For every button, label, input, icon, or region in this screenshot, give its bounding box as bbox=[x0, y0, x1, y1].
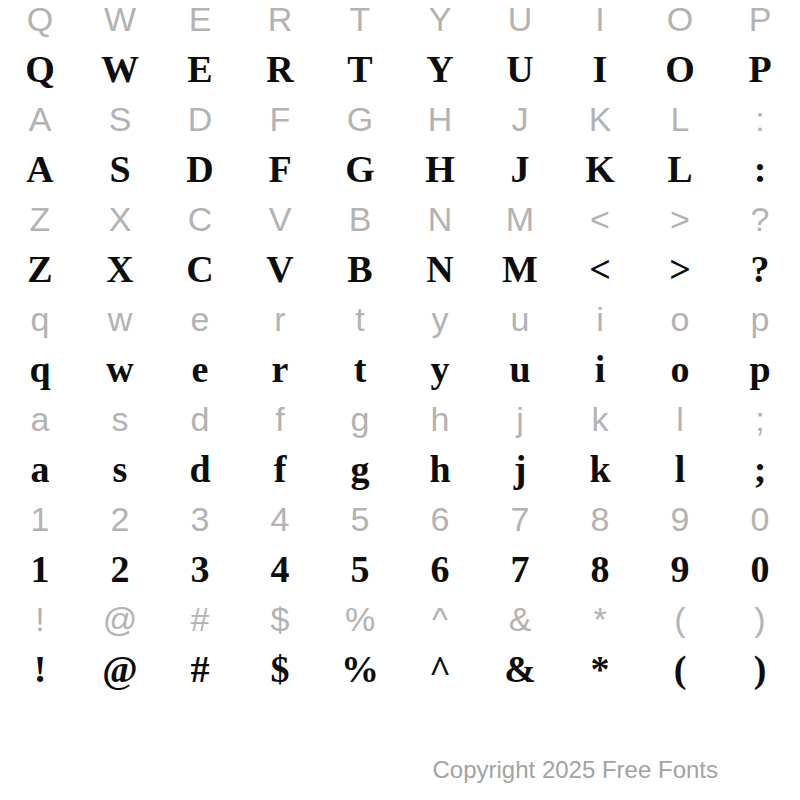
glyph-cell: G bbox=[320, 94, 400, 144]
glyph-cell: 9 bbox=[640, 494, 720, 544]
glyph-cell: l bbox=[640, 394, 720, 444]
glyph-cell: l bbox=[640, 444, 720, 494]
glyph-cell: 6 bbox=[400, 494, 480, 544]
glyph-row-reference: QWERTYUIOP bbox=[0, 0, 800, 44]
glyph-cell: X bbox=[80, 244, 160, 294]
glyph-row-sample: 1234567890 bbox=[0, 544, 800, 594]
glyph-cell: ( bbox=[640, 594, 720, 644]
glyph-cell: ) bbox=[720, 594, 800, 644]
glyph-cell: & bbox=[480, 594, 560, 644]
glyph-cell: 4 bbox=[240, 494, 320, 544]
glyph-cell: u bbox=[480, 294, 560, 344]
glyph-cell: ; bbox=[720, 444, 800, 494]
glyph-cell: J bbox=[480, 144, 560, 194]
glyph-cell: d bbox=[160, 444, 240, 494]
glyph-cell: ( bbox=[640, 644, 720, 694]
glyph-cell: a bbox=[0, 394, 80, 444]
glyph-cell: N bbox=[400, 194, 480, 244]
glyph-cell: Z bbox=[0, 194, 80, 244]
glyph-row-sample: ASDFGHJKL: bbox=[0, 144, 800, 194]
glyph-cell: P bbox=[720, 44, 800, 94]
glyph-cell: p bbox=[720, 344, 800, 394]
glyph-cell: Z bbox=[0, 244, 80, 294]
glyph-cell: # bbox=[160, 644, 240, 694]
font-specimen-sheet: QWERTYUIOPQWERTYUIOPASDFGHJKL:ASDFGHJKL:… bbox=[0, 0, 800, 800]
glyph-cell: g bbox=[320, 394, 400, 444]
glyph-row-reference: !@#$%^&*() bbox=[0, 594, 800, 644]
glyph-cell: e bbox=[160, 344, 240, 394]
glyph-cell: w bbox=[80, 344, 160, 394]
glyph-row-reference: ZXCVBNM<>? bbox=[0, 194, 800, 244]
glyph-cell: t bbox=[320, 294, 400, 344]
glyph-cell: $ bbox=[240, 594, 320, 644]
glyph-cell: > bbox=[640, 194, 720, 244]
glyph-cell: i bbox=[560, 344, 640, 394]
copyright-text: Copyright 2025 Free Fonts bbox=[433, 756, 718, 784]
glyph-cell: 5 bbox=[320, 494, 400, 544]
glyph-cell: s bbox=[80, 444, 160, 494]
glyph-cell: S bbox=[80, 144, 160, 194]
glyph-cell: * bbox=[560, 594, 640, 644]
glyph-cell: D bbox=[160, 144, 240, 194]
glyph-cell: t bbox=[320, 344, 400, 394]
glyph-cell: M bbox=[480, 244, 560, 294]
glyph-row-sample: qwertyuiop bbox=[0, 344, 800, 394]
glyph-cell: G bbox=[320, 144, 400, 194]
glyph-row-reference: ASDFGHJKL: bbox=[0, 94, 800, 144]
glyph-cell: R bbox=[240, 0, 320, 44]
glyph-cell: : bbox=[720, 144, 800, 194]
glyph-cell: ^ bbox=[400, 594, 480, 644]
glyph-cell: < bbox=[560, 194, 640, 244]
glyph-cell: ? bbox=[720, 244, 800, 294]
glyph-cell: K bbox=[560, 94, 640, 144]
glyph-cell: W bbox=[80, 44, 160, 94]
glyph-cell: 0 bbox=[720, 494, 800, 544]
glyph-cell: f bbox=[240, 444, 320, 494]
glyph-cell: M bbox=[480, 194, 560, 244]
glyph-cell: 3 bbox=[160, 544, 240, 594]
glyph-cell: s bbox=[80, 394, 160, 444]
glyph-cell: U bbox=[480, 0, 560, 44]
glyph-cell: g bbox=[320, 444, 400, 494]
glyph-cell: o bbox=[640, 294, 720, 344]
glyph-cell: % bbox=[320, 644, 400, 694]
glyph-cell: y bbox=[400, 344, 480, 394]
glyph-cell: C bbox=[160, 194, 240, 244]
glyph-row-sample: !@#$%^&*() bbox=[0, 644, 800, 694]
glyph-cell: 5 bbox=[320, 544, 400, 594]
glyph-cell: j bbox=[480, 394, 560, 444]
glyph-cell: F bbox=[240, 144, 320, 194]
glyph-cell: Y bbox=[400, 0, 480, 44]
glyph-cell: ! bbox=[0, 594, 80, 644]
glyph-cell: O bbox=[640, 44, 720, 94]
glyph-cell: @ bbox=[80, 594, 160, 644]
glyph-cell: ? bbox=[720, 194, 800, 244]
glyph-cell: ) bbox=[720, 644, 800, 694]
glyph-cell: a bbox=[0, 444, 80, 494]
glyph-row-reference: qwertyuiop bbox=[0, 294, 800, 344]
glyph-cell: 1 bbox=[0, 494, 80, 544]
glyph-cell: * bbox=[560, 644, 640, 694]
glyph-cell: 2 bbox=[80, 494, 160, 544]
glyph-cell: H bbox=[400, 144, 480, 194]
glyph-cell: o bbox=[640, 344, 720, 394]
glyph-cell: < bbox=[560, 244, 640, 294]
glyph-cell: D bbox=[160, 94, 240, 144]
glyph-cell: L bbox=[640, 144, 720, 194]
glyph-cell: 3 bbox=[160, 494, 240, 544]
glyph-cell: h bbox=[400, 394, 480, 444]
glyph-cell: % bbox=[320, 594, 400, 644]
glyph-cell: r bbox=[240, 294, 320, 344]
glyph-cell: N bbox=[400, 244, 480, 294]
glyph-cell: p bbox=[720, 294, 800, 344]
glyph-cell: w bbox=[80, 294, 160, 344]
glyph-cell: Y bbox=[400, 44, 480, 94]
glyph-cell: Q bbox=[0, 44, 80, 94]
glyph-cell: J bbox=[480, 94, 560, 144]
glyph-cell: 7 bbox=[480, 544, 560, 594]
glyph-cell: ! bbox=[0, 644, 80, 694]
glyph-cell: q bbox=[0, 344, 80, 394]
glyph-cell: 1 bbox=[0, 544, 80, 594]
glyph-cell: P bbox=[720, 0, 800, 44]
glyph-cell: y bbox=[400, 294, 480, 344]
glyph-cell: d bbox=[160, 394, 240, 444]
glyph-cell: # bbox=[160, 594, 240, 644]
glyph-cell: i bbox=[560, 294, 640, 344]
glyph-row-sample: QWERTYUIOP bbox=[0, 44, 800, 94]
glyph-cell: B bbox=[320, 244, 400, 294]
glyph-cell: & bbox=[480, 644, 560, 694]
glyph-cell: K bbox=[560, 144, 640, 194]
glyph-cell: 2 bbox=[80, 544, 160, 594]
glyph-cell: O bbox=[640, 0, 720, 44]
glyph-cell: S bbox=[80, 94, 160, 144]
glyph-cell: f bbox=[240, 394, 320, 444]
glyph-cell: W bbox=[80, 0, 160, 44]
glyph-cell: V bbox=[240, 244, 320, 294]
glyph-cell: u bbox=[480, 344, 560, 394]
glyph-cell: A bbox=[0, 144, 80, 194]
glyph-cell: X bbox=[80, 194, 160, 244]
glyph-cell: $ bbox=[240, 644, 320, 694]
glyph-cell: A bbox=[0, 94, 80, 144]
glyph-cell: r bbox=[240, 344, 320, 394]
glyph-cell: B bbox=[320, 194, 400, 244]
glyph-cell: 8 bbox=[560, 544, 640, 594]
glyph-cell: R bbox=[240, 44, 320, 94]
glyph-cell: V bbox=[240, 194, 320, 244]
glyph-cell: E bbox=[160, 44, 240, 94]
glyph-cell: h bbox=[400, 444, 480, 494]
glyph-cell: 7 bbox=[480, 494, 560, 544]
glyph-cell: 4 bbox=[240, 544, 320, 594]
glyph-cell: H bbox=[400, 94, 480, 144]
glyph-cell: : bbox=[720, 94, 800, 144]
glyph-cell: 0 bbox=[720, 544, 800, 594]
glyph-cell: C bbox=[160, 244, 240, 294]
glyph-cell: q bbox=[0, 294, 80, 344]
glyph-cell: ; bbox=[720, 394, 800, 444]
glyph-cell: e bbox=[160, 294, 240, 344]
glyph-cell: 8 bbox=[560, 494, 640, 544]
glyph-cell: L bbox=[640, 94, 720, 144]
glyph-cell: 6 bbox=[400, 544, 480, 594]
glyph-cell: @ bbox=[80, 644, 160, 694]
glyph-cell: T bbox=[320, 0, 400, 44]
glyph-cell: > bbox=[640, 244, 720, 294]
glyph-cell: 9 bbox=[640, 544, 720, 594]
glyph-row-reference: 1234567890 bbox=[0, 494, 800, 544]
glyph-cell: U bbox=[480, 44, 560, 94]
character-grid: QWERTYUIOPQWERTYUIOPASDFGHJKL:ASDFGHJKL:… bbox=[0, 0, 800, 694]
glyph-cell: ^ bbox=[400, 644, 480, 694]
glyph-cell: E bbox=[160, 0, 240, 44]
glyph-cell: k bbox=[560, 394, 640, 444]
glyph-row-sample: asdfghjkl; bbox=[0, 444, 800, 494]
glyph-cell: F bbox=[240, 94, 320, 144]
glyph-cell: j bbox=[480, 444, 560, 494]
glyph-cell: k bbox=[560, 444, 640, 494]
glyph-row-reference: asdfghjkl; bbox=[0, 394, 800, 444]
glyph-cell: T bbox=[320, 44, 400, 94]
glyph-cell: Q bbox=[0, 0, 80, 44]
glyph-row-sample: ZXCVBNM<>? bbox=[0, 244, 800, 294]
glyph-cell: I bbox=[560, 44, 640, 94]
glyph-cell: I bbox=[560, 0, 640, 44]
